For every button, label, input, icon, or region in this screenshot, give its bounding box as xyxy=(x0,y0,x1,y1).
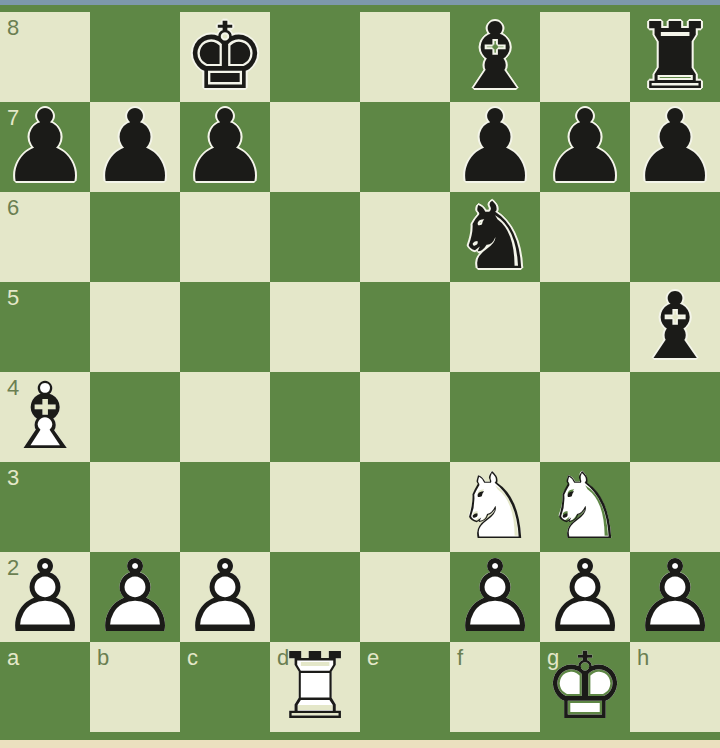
piece-black-pawn[interactable]: ♟ xyxy=(180,102,270,192)
square-e2[interactable] xyxy=(360,552,450,642)
square-g6[interactable] xyxy=(540,192,630,282)
square-d7[interactable] xyxy=(270,102,360,192)
square-c4[interactable] xyxy=(180,372,270,462)
file-label-a: a xyxy=(7,647,19,669)
square-h4[interactable] xyxy=(630,372,720,462)
square-b2[interactable]: ♟♙ xyxy=(90,552,180,642)
piece-black-pawn[interactable]: ♟ xyxy=(540,102,630,192)
piece-white-pawn[interactable]: ♟♙ xyxy=(540,552,630,642)
square-e6[interactable] xyxy=(360,192,450,282)
chess-app-screen: 8♚♝♜7♟♟♟♟♟♟6♞5♝4♝♗3♞♘♞♘2♟♙♟♙♟♙♟♙♟♙♟♙abcd… xyxy=(0,0,720,748)
square-d8[interactable] xyxy=(270,12,360,102)
square-h1[interactable]: h xyxy=(630,642,720,732)
bishop-glyph: ♝ xyxy=(630,282,720,372)
chess-board: 8♚♝♜7♟♟♟♟♟♟6♞5♝4♝♗3♞♘♞♘2♟♙♟♙♟♙♟♙♟♙♟♙abcd… xyxy=(0,12,720,732)
king-glyph-outline: ♔ xyxy=(540,642,630,732)
pawn-glyph-outline: ♙ xyxy=(180,552,270,642)
square-e8[interactable] xyxy=(360,12,450,102)
piece-white-pawn[interactable]: ♟♙ xyxy=(630,552,720,642)
square-b6[interactable] xyxy=(90,192,180,282)
square-a7[interactable]: 7♟ xyxy=(0,102,90,192)
square-c1[interactable]: c xyxy=(180,642,270,732)
square-d4[interactable] xyxy=(270,372,360,462)
piece-white-king[interactable]: ♚♔ xyxy=(540,642,630,732)
square-h6[interactable] xyxy=(630,192,720,282)
square-f6[interactable]: ♞ xyxy=(450,192,540,282)
pawn-glyph: ♟ xyxy=(540,102,630,192)
pawn-glyph: ♟ xyxy=(630,102,720,192)
piece-white-pawn[interactable]: ♟♙ xyxy=(90,552,180,642)
piece-black-pawn[interactable]: ♟ xyxy=(0,102,90,192)
square-h7[interactable]: ♟ xyxy=(630,102,720,192)
square-e3[interactable] xyxy=(360,462,450,552)
piece-black-pawn[interactable]: ♟ xyxy=(450,102,540,192)
rank-label-5: 5 xyxy=(7,287,19,309)
file-label-e: e xyxy=(367,647,379,669)
pawn-glyph: ♟ xyxy=(0,102,90,192)
piece-black-pawn[interactable]: ♟ xyxy=(630,102,720,192)
pawn-glyph-outline: ♙ xyxy=(90,552,180,642)
square-d5[interactable] xyxy=(270,282,360,372)
square-f4[interactable] xyxy=(450,372,540,462)
piece-white-pawn[interactable]: ♟♙ xyxy=(180,552,270,642)
square-b1[interactable]: b xyxy=(90,642,180,732)
square-a1[interactable]: a xyxy=(0,642,90,732)
square-g7[interactable]: ♟ xyxy=(540,102,630,192)
square-g4[interactable] xyxy=(540,372,630,462)
file-label-h: h xyxy=(637,647,649,669)
square-d1[interactable]: d♜♖ xyxy=(270,642,360,732)
square-g1[interactable]: g♚♔ xyxy=(540,642,630,732)
piece-black-knight[interactable]: ♞ xyxy=(450,192,540,282)
square-d2[interactable] xyxy=(270,552,360,642)
piece-white-pawn[interactable]: ♟♙ xyxy=(450,552,540,642)
square-h5[interactable]: ♝ xyxy=(630,282,720,372)
square-f5[interactable] xyxy=(450,282,540,372)
pawn-glyph-outline: ♙ xyxy=(630,552,720,642)
square-a4[interactable]: 4♝♗ xyxy=(0,372,90,462)
square-c7[interactable]: ♟ xyxy=(180,102,270,192)
square-d6[interactable] xyxy=(270,192,360,282)
square-c5[interactable] xyxy=(180,282,270,372)
pawn-glyph-outline: ♙ xyxy=(450,552,540,642)
pawn-glyph: ♟ xyxy=(450,102,540,192)
rank-label-8: 8 xyxy=(7,17,19,39)
square-h2[interactable]: ♟♙ xyxy=(630,552,720,642)
pawn-glyph: ♟ xyxy=(90,102,180,192)
rank-label-3: 3 xyxy=(7,467,19,489)
rank-label-6: 6 xyxy=(7,197,19,219)
square-e4[interactable] xyxy=(360,372,450,462)
piece-black-bishop[interactable]: ♝ xyxy=(630,282,720,372)
knight-glyph: ♞ xyxy=(450,192,540,282)
square-c2[interactable]: ♟♙ xyxy=(180,552,270,642)
pawn-glyph: ♟ xyxy=(180,102,270,192)
file-label-c: c xyxy=(187,647,198,669)
square-e1[interactable]: e xyxy=(360,642,450,732)
piece-white-bishop[interactable]: ♝♗ xyxy=(0,372,90,462)
square-a6[interactable]: 6 xyxy=(0,192,90,282)
square-e5[interactable] xyxy=(360,282,450,372)
bishop-glyph-outline: ♗ xyxy=(0,372,90,462)
bottom-panel-edge xyxy=(0,740,720,748)
square-f1[interactable]: f xyxy=(450,642,540,732)
square-a5[interactable]: 5 xyxy=(0,282,90,372)
status-bar xyxy=(0,0,720,5)
square-c6[interactable] xyxy=(180,192,270,282)
square-d3[interactable] xyxy=(270,462,360,552)
square-f7[interactable]: ♟ xyxy=(450,102,540,192)
square-e7[interactable] xyxy=(360,102,450,192)
file-label-f: f xyxy=(457,647,463,669)
square-g2[interactable]: ♟♙ xyxy=(540,552,630,642)
square-g5[interactable] xyxy=(540,282,630,372)
piece-black-pawn[interactable]: ♟ xyxy=(90,102,180,192)
square-b4[interactable] xyxy=(90,372,180,462)
square-f2[interactable]: ♟♙ xyxy=(450,552,540,642)
piece-white-pawn[interactable]: ♟♙ xyxy=(0,552,90,642)
rook-glyph-outline: ♖ xyxy=(270,642,360,732)
file-label-b: b xyxy=(97,647,109,669)
square-b7[interactable]: ♟ xyxy=(90,102,180,192)
square-b5[interactable] xyxy=(90,282,180,372)
pawn-glyph-outline: ♙ xyxy=(0,552,90,642)
pawn-glyph-outline: ♙ xyxy=(540,552,630,642)
piece-white-rook[interactable]: ♜♖ xyxy=(270,642,360,732)
square-a2[interactable]: 2♟♙ xyxy=(0,552,90,642)
